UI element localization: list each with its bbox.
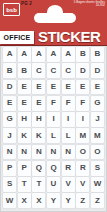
sticker-cell-r1c4: A (47, 47, 60, 62)
sticker-cell-r3c1: D (3, 80, 16, 95)
sticker-cell-r8c4: Q (47, 161, 60, 176)
sticker-cell-r9c1: S (3, 177, 16, 192)
sticker-cell-r9c2: T (18, 177, 31, 192)
sticker-cell-r4c3: E (32, 96, 45, 111)
sticker-cell-r6c5: L (62, 128, 75, 143)
sticker-cell-r1c1: A (3, 47, 16, 62)
sticker-cell-r3c5: E (62, 80, 75, 95)
sticker-cell-r7c4: N (47, 145, 60, 160)
sticker-cell-r6c2: K (18, 128, 31, 143)
sticker-cell-r8c1: P (3, 161, 16, 176)
sticker-cell-r3c4: E (47, 80, 60, 95)
sticker-cell-r4c6: F (76, 96, 89, 111)
sticker-cell-r2c2: B (18, 63, 31, 78)
sticker-cell-r9c5: V (62, 177, 75, 192)
sticker-cell-r6c7: M (91, 128, 104, 143)
sticker-cell-r3c3: E (32, 80, 45, 95)
sticker-cell-r7c5: N (62, 145, 75, 160)
sticker-cell-r2c7: D (91, 63, 104, 78)
sticker-cell-r2c4: C (47, 63, 60, 78)
sticker-cell-r8c5: R (62, 161, 75, 176)
sticker-cell-r6c1: J (3, 128, 16, 143)
sticker-cell-r4c7: G (91, 96, 104, 111)
sticker-cell-r6c3: K (32, 128, 45, 143)
sticker-cell-r9c4: U (47, 177, 60, 192)
sticker-cell-r10c1: W (3, 193, 16, 208)
sticker-cell-r2c3: C (32, 63, 45, 78)
sticker-cell-r7c2: N (18, 145, 31, 160)
sticker-cell-r1c2: A (18, 47, 31, 62)
sticker-cell-r3c6: E (76, 80, 89, 95)
sticker-cell-r5c1: G (3, 112, 16, 127)
sticker-cell-r3c7: E (91, 80, 104, 95)
sticker-sheet-package: bsb PG 2 5 Bogen·sheets·feuilles 10-802 … (0, 0, 107, 212)
sticker-cell-r7c1: N (3, 145, 16, 160)
sticker-cell-r5c5: I (62, 112, 75, 127)
sticker-cell-r2c5: C (62, 63, 75, 78)
sticker-cell-r4c1: E (3, 96, 16, 111)
sticker-cell-r2c6: D (76, 63, 89, 78)
price-group-label: PG 2 (21, 1, 32, 6)
sticker-cell-r5c7: J (91, 112, 104, 127)
sticker-cell-r10c6: Z (76, 193, 89, 208)
sticker-cell-r10c5: Y (62, 193, 75, 208)
sheet-info-line2: 10-802 (74, 4, 105, 7)
sticker-cell-r1c7: B (91, 47, 104, 62)
sticker-cell-r7c3: N (32, 145, 45, 160)
sticker-cell-r4c5: F (62, 96, 75, 111)
sticker-cell-r9c7: W (91, 177, 104, 192)
office-badge: OFFICE (0, 31, 34, 44)
sticker-cell-r5c6: I (76, 112, 89, 127)
sticker-cell-r8c6: R (76, 161, 89, 176)
hanger-slot-cutout (34, 13, 76, 23)
sticker-cell-r7c7: O (91, 145, 104, 160)
product-title: STICKER (38, 28, 100, 45)
sticker-cell-r10c3: X (32, 193, 45, 208)
brand-logo-text: bsb (6, 7, 17, 13)
sticker-cell-r10c4: Y (47, 193, 60, 208)
office-badge-label: OFFICE (4, 34, 31, 41)
sticker-cell-r9c3: T (32, 177, 45, 192)
sticker-cell-r8c7: S (91, 161, 104, 176)
sticker-cell-r4c4: F (47, 96, 60, 111)
package-header: bsb PG 2 5 Bogen·sheets·feuilles 10-802 … (0, 0, 107, 46)
sticker-cell-r4c2: E (18, 96, 31, 111)
sticker-cell-r9c6: V (76, 177, 89, 192)
sticker-cell-r5c4: I (47, 112, 60, 127)
sticker-cell-r1c5: A (62, 47, 75, 62)
sticker-cell-r5c3: H (32, 112, 45, 127)
sticker-cell-r7c6: O (76, 145, 89, 160)
sticker-cell-r6c6: M (76, 128, 89, 143)
sticker-cell-r10c7: Z (91, 193, 104, 208)
sticker-cell-r3c2: E (18, 80, 31, 95)
letter-sticker-grid: AAAAABBBBCCCDDDEEEEEEEEEFFFGGHHIIIJJKKLL… (3, 47, 104, 208)
brand-logo: bsb (3, 3, 20, 16)
sticker-cell-r8c2: P (18, 161, 31, 176)
sticker-cell-r8c3: Q (32, 161, 45, 176)
sticker-cell-r6c4: L (47, 128, 60, 143)
sticker-cell-r10c2: X (18, 193, 31, 208)
sticker-cell-r1c3: A (32, 47, 45, 62)
sticker-cell-r5c2: H (18, 112, 31, 127)
sheet-info: 5 Bogen·sheets·feuilles 10-802 (74, 1, 105, 8)
sticker-cell-r2c1: B (3, 63, 16, 78)
sticker-cell-r1c6: B (76, 47, 89, 62)
